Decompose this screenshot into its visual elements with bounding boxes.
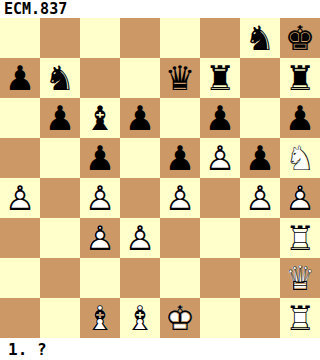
- square-g4[interactable]: ♟♙: [240, 178, 280, 218]
- square-a8[interactable]: [0, 18, 40, 58]
- square-a6[interactable]: [0, 98, 40, 138]
- square-b1[interactable]: [40, 298, 80, 338]
- square-c3[interactable]: ♟♙: [80, 218, 120, 258]
- square-d8[interactable]: [120, 18, 160, 58]
- white-pawn: ♟♙: [240, 178, 280, 218]
- square-e2[interactable]: [160, 258, 200, 298]
- square-b2[interactable]: [40, 258, 80, 298]
- square-h4[interactable]: ♟♙: [280, 178, 320, 218]
- white-pawn: ♟♙: [80, 218, 120, 258]
- square-h3[interactable]: ♜♖: [280, 218, 320, 258]
- square-e8[interactable]: [160, 18, 200, 58]
- white-king: ♚♔: [160, 298, 200, 338]
- white-pawn: ♟♙: [120, 218, 160, 258]
- square-g1[interactable]: [240, 298, 280, 338]
- black-pawn: ♟: [0, 58, 40, 98]
- black-pawn: ♟: [80, 138, 120, 178]
- square-c1[interactable]: ♝♗: [80, 298, 120, 338]
- square-f6[interactable]: ♟: [200, 98, 240, 138]
- square-d7[interactable]: [120, 58, 160, 98]
- square-a2[interactable]: [0, 258, 40, 298]
- puzzle-id: ECM.837: [0, 0, 320, 18]
- square-d1[interactable]: ♝♗: [120, 298, 160, 338]
- black-pawn: ♟: [120, 98, 160, 138]
- square-d4[interactable]: [120, 178, 160, 218]
- square-h6[interactable]: ♟: [280, 98, 320, 138]
- square-f7[interactable]: ♜: [200, 58, 240, 98]
- black-rook: ♜: [280, 58, 320, 98]
- square-h1[interactable]: ♜♖: [280, 298, 320, 338]
- square-f1[interactable]: [200, 298, 240, 338]
- black-rook: ♜: [200, 58, 240, 98]
- square-f4[interactable]: [200, 178, 240, 218]
- square-g5[interactable]: ♟: [240, 138, 280, 178]
- square-b8[interactable]: [40, 18, 80, 58]
- square-c7[interactable]: [80, 58, 120, 98]
- square-d5[interactable]: [120, 138, 160, 178]
- square-a3[interactable]: [0, 218, 40, 258]
- square-d2[interactable]: [120, 258, 160, 298]
- white-rook: ♜♖: [280, 218, 320, 258]
- square-g2[interactable]: [240, 258, 280, 298]
- square-a4[interactable]: ♟♙: [0, 178, 40, 218]
- square-e3[interactable]: [160, 218, 200, 258]
- square-a1[interactable]: [0, 298, 40, 338]
- white-bishop: ♝♗: [120, 298, 160, 338]
- black-queen: ♛: [160, 58, 200, 98]
- square-d3[interactable]: ♟♙: [120, 218, 160, 258]
- black-pawn: ♟: [40, 98, 80, 138]
- black-pawn: ♟: [160, 138, 200, 178]
- white-pawn: ♟♙: [200, 138, 240, 178]
- square-f8[interactable]: [200, 18, 240, 58]
- white-rook: ♜♖: [280, 298, 320, 338]
- white-pawn: ♟♙: [80, 178, 120, 218]
- white-pawn: ♟♙: [160, 178, 200, 218]
- white-pawn: ♟♙: [0, 178, 40, 218]
- square-b5[interactable]: [40, 138, 80, 178]
- square-g3[interactable]: [240, 218, 280, 258]
- white-pawn: ♟♙: [280, 178, 320, 218]
- square-c4[interactable]: ♟♙: [80, 178, 120, 218]
- square-c8[interactable]: [80, 18, 120, 58]
- white-queen: ♛♕: [280, 258, 320, 298]
- square-b3[interactable]: [40, 218, 80, 258]
- square-f3[interactable]: [200, 218, 240, 258]
- square-g8[interactable]: ♞: [240, 18, 280, 58]
- square-b7[interactable]: ♞: [40, 58, 80, 98]
- square-h5[interactable]: ♞♘: [280, 138, 320, 178]
- square-e4[interactable]: ♟♙: [160, 178, 200, 218]
- black-bishop: ♝: [80, 98, 120, 138]
- square-h7[interactable]: ♜: [280, 58, 320, 98]
- square-h8[interactable]: ♚: [280, 18, 320, 58]
- black-king: ♚: [280, 18, 320, 58]
- square-e1[interactable]: ♚♔: [160, 298, 200, 338]
- square-d6[interactable]: ♟: [120, 98, 160, 138]
- square-e6[interactable]: [160, 98, 200, 138]
- black-knight: ♞: [40, 58, 80, 98]
- square-e5[interactable]: ♟: [160, 138, 200, 178]
- square-c5[interactable]: ♟: [80, 138, 120, 178]
- square-e7[interactable]: ♛: [160, 58, 200, 98]
- square-g7[interactable]: [240, 58, 280, 98]
- white-bishop: ♝♗: [80, 298, 120, 338]
- black-pawn: ♟: [240, 138, 280, 178]
- square-c2[interactable]: [80, 258, 120, 298]
- move-prompt: 1. ?: [0, 338, 320, 360]
- square-c6[interactable]: ♝: [80, 98, 120, 138]
- square-f2[interactable]: [200, 258, 240, 298]
- white-knight: ♞♘: [280, 138, 320, 178]
- square-b6[interactable]: ♟: [40, 98, 80, 138]
- square-h2[interactable]: ♛♕: [280, 258, 320, 298]
- square-b4[interactable]: [40, 178, 80, 218]
- square-f5[interactable]: ♟♙: [200, 138, 240, 178]
- black-pawn: ♟: [200, 98, 240, 138]
- square-g6[interactable]: [240, 98, 280, 138]
- chess-board: ♞♚♟♞♛♜♜♟♝♟♟♟♟♟♟♙♟♞♘♟♙♟♙♟♙♟♙♟♙♟♙♟♙♜♖♛♕♝♗♝…: [0, 18, 320, 338]
- square-a7[interactable]: ♟: [0, 58, 40, 98]
- square-a5[interactable]: [0, 138, 40, 178]
- black-knight: ♞: [240, 18, 280, 58]
- black-pawn: ♟: [280, 98, 320, 138]
- chess-puzzle-page: ECM.837 ♞♚♟♞♛♜♜♟♝♟♟♟♟♟♟♙♟♞♘♟♙♟♙♟♙♟♙♟♙♟♙♟…: [0, 0, 320, 360]
